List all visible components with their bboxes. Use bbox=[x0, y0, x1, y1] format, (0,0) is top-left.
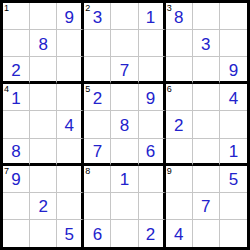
given-digit: 8 bbox=[11, 141, 20, 160]
cell-r4c1[interactable]: 41 bbox=[3, 84, 30, 111]
cell-r7c8[interactable] bbox=[193, 166, 220, 193]
cell-r6c5[interactable] bbox=[111, 139, 138, 166]
cell-r9c7[interactable]: 4 bbox=[166, 220, 193, 247]
cell-r9c6[interactable]: 2 bbox=[139, 220, 166, 247]
cell-r6c9[interactable]: 1 bbox=[220, 139, 247, 166]
cell-r6c7[interactable] bbox=[166, 139, 193, 166]
cell-r8c5[interactable] bbox=[111, 193, 138, 220]
cell-r8c7[interactable] bbox=[166, 193, 193, 220]
box-label: 3 bbox=[167, 3, 172, 13]
cell-r2c3[interactable] bbox=[57, 30, 84, 57]
cell-r2c9[interactable] bbox=[220, 30, 247, 57]
cell-r7c9[interactable]: 5 bbox=[220, 166, 247, 193]
box-label: 7 bbox=[4, 166, 9, 176]
cell-r2c8[interactable]: 3 bbox=[193, 30, 220, 57]
cell-r8c1[interactable] bbox=[3, 193, 30, 220]
cell-r5c7[interactable]: 2 bbox=[166, 111, 193, 138]
cell-r3c8[interactable] bbox=[193, 57, 220, 84]
given-digit: 2 bbox=[38, 196, 47, 215]
cell-r8c6[interactable] bbox=[139, 193, 166, 220]
given-digit: 2 bbox=[93, 88, 102, 107]
cell-r7c7[interactable]: 9 bbox=[166, 166, 193, 193]
cell-r1c3[interactable]: 9 bbox=[57, 3, 84, 30]
cell-r3c1[interactable]: 2 bbox=[3, 57, 30, 84]
cell-r9c1[interactable] bbox=[3, 220, 30, 247]
cell-r2c5[interactable] bbox=[111, 30, 138, 57]
cell-r7c3[interactable] bbox=[57, 166, 84, 193]
cell-r9c8[interactable] bbox=[193, 220, 220, 247]
cell-r5c4[interactable] bbox=[84, 111, 111, 138]
given-digit: 7 bbox=[120, 60, 129, 79]
cell-r4c6[interactable]: 9 bbox=[139, 84, 166, 111]
cell-r1c1[interactable]: 1 bbox=[3, 3, 30, 30]
cell-r4c9[interactable]: 4 bbox=[220, 84, 247, 111]
given-digit: 6 bbox=[146, 141, 155, 160]
cell-r5c6[interactable] bbox=[139, 111, 166, 138]
cell-r4c4[interactable]: 52 bbox=[84, 84, 111, 111]
cell-r2c4[interactable] bbox=[84, 30, 111, 57]
given-digit: 7 bbox=[93, 141, 102, 160]
cell-r8c2[interactable]: 2 bbox=[30, 193, 57, 220]
cell-r1c6[interactable]: 1 bbox=[139, 3, 166, 30]
given-digit: 7 bbox=[201, 196, 210, 215]
given-digit: 2 bbox=[174, 115, 183, 134]
cell-r8c8[interactable]: 7 bbox=[193, 193, 220, 220]
cell-r3c9[interactable]: 9 bbox=[220, 57, 247, 84]
box-label: 2 bbox=[85, 3, 90, 13]
box-label: 6 bbox=[167, 84, 172, 94]
sudoku-board: 19231388327941529644828761798195275624 bbox=[0, 0, 250, 250]
given-digit: 5 bbox=[229, 169, 238, 188]
cell-r4c7[interactable]: 6 bbox=[166, 84, 193, 111]
cell-r3c2[interactable] bbox=[30, 57, 57, 84]
cell-r7c2[interactable] bbox=[30, 166, 57, 193]
given-digit: 4 bbox=[174, 224, 183, 243]
given-digit: 5 bbox=[65, 224, 74, 243]
given-digit: 1 bbox=[229, 141, 238, 160]
cell-r8c4[interactable] bbox=[84, 193, 111, 220]
box-label: 8 bbox=[85, 166, 90, 176]
cell-r3c5[interactable]: 7 bbox=[111, 57, 138, 84]
given-digit: 9 bbox=[146, 88, 155, 107]
given-digit: 1 bbox=[146, 7, 155, 26]
cell-r7c5[interactable]: 1 bbox=[111, 166, 138, 193]
cell-r2c1[interactable] bbox=[3, 30, 30, 57]
cell-r4c2[interactable] bbox=[30, 84, 57, 111]
box-label: 1 bbox=[4, 3, 9, 13]
cell-r2c7[interactable] bbox=[166, 30, 193, 57]
cell-r6c2[interactable] bbox=[30, 139, 57, 166]
cell-r2c2[interactable]: 8 bbox=[30, 30, 57, 57]
cell-r5c9[interactable] bbox=[220, 111, 247, 138]
cell-r1c7[interactable]: 38 bbox=[166, 3, 193, 30]
cell-r4c3[interactable] bbox=[57, 84, 84, 111]
given-digit: 1 bbox=[11, 88, 20, 107]
given-digit: 8 bbox=[174, 7, 183, 26]
cell-r8c3[interactable] bbox=[57, 193, 84, 220]
given-digit: 9 bbox=[65, 7, 74, 26]
cell-r3c7[interactable] bbox=[166, 57, 193, 84]
given-digit: 3 bbox=[93, 7, 102, 26]
given-digit: 3 bbox=[201, 34, 210, 53]
cell-r6c4[interactable]: 7 bbox=[84, 139, 111, 166]
given-digit: 2 bbox=[11, 60, 20, 79]
cell-r9c5[interactable] bbox=[111, 220, 138, 247]
cell-r1c9[interactable] bbox=[220, 3, 247, 30]
cell-r7c1[interactable]: 79 bbox=[3, 166, 30, 193]
cell-r2c6[interactable] bbox=[139, 30, 166, 57]
cell-r7c6[interactable] bbox=[139, 166, 166, 193]
box-label: 4 bbox=[4, 84, 9, 94]
cell-r5c8[interactable] bbox=[193, 111, 220, 138]
given-digit: 8 bbox=[120, 115, 129, 134]
cell-r6c8[interactable] bbox=[193, 139, 220, 166]
cell-r9c3[interactable]: 5 bbox=[57, 220, 84, 247]
cell-r1c2[interactable] bbox=[30, 3, 57, 30]
given-digit: 9 bbox=[229, 60, 238, 79]
cell-r8c9[interactable] bbox=[220, 193, 247, 220]
cell-r4c5[interactable] bbox=[111, 84, 138, 111]
cell-r6c3[interactable] bbox=[57, 139, 84, 166]
cell-r5c5[interactable]: 8 bbox=[111, 111, 138, 138]
cell-r3c4[interactable] bbox=[84, 57, 111, 84]
cell-r7c4[interactable]: 8 bbox=[84, 166, 111, 193]
given-digit: 2 bbox=[146, 224, 155, 243]
cell-r5c1[interactable] bbox=[3, 111, 30, 138]
cell-r9c2[interactable] bbox=[30, 220, 57, 247]
box-label: 5 bbox=[85, 84, 90, 94]
cell-r1c8[interactable] bbox=[193, 3, 220, 30]
given-digit: 1 bbox=[120, 169, 129, 188]
cell-r3c6[interactable] bbox=[139, 57, 166, 84]
cell-r4c8[interactable] bbox=[193, 84, 220, 111]
given-digit: 9 bbox=[11, 169, 20, 188]
cell-r6c6[interactable]: 6 bbox=[139, 139, 166, 166]
cell-r1c5[interactable] bbox=[111, 3, 138, 30]
given-digit: 4 bbox=[65, 115, 74, 134]
given-digit: 4 bbox=[229, 88, 238, 107]
given-digit: 8 bbox=[38, 34, 47, 53]
cell-r6c1[interactable]: 8 bbox=[3, 139, 30, 166]
cell-r5c3[interactable]: 4 bbox=[57, 111, 84, 138]
cell-r3c3[interactable] bbox=[57, 57, 84, 84]
box-label: 9 bbox=[167, 166, 172, 176]
cell-r5c2[interactable] bbox=[30, 111, 57, 138]
cell-r9c9[interactable] bbox=[220, 220, 247, 247]
cell-r1c4[interactable]: 23 bbox=[84, 3, 111, 30]
given-digit: 6 bbox=[93, 224, 102, 243]
cell-r9c4[interactable]: 6 bbox=[84, 220, 111, 247]
